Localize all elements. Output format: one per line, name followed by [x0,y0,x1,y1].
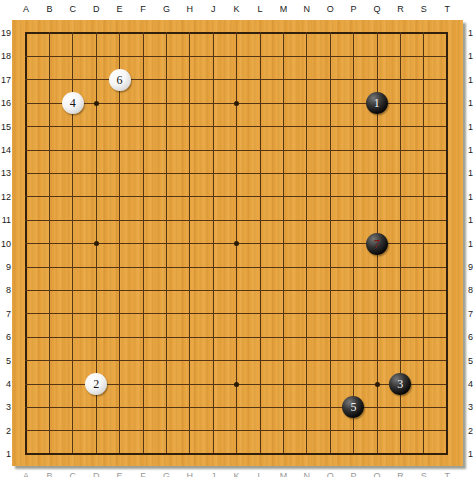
intersection-Q15[interactable] [365,115,388,138]
intersection-M19[interactable] [272,21,295,44]
intersection-R18[interactable] [389,45,412,68]
intersection-F13[interactable] [131,162,154,185]
intersection-L7[interactable] [248,302,271,325]
intersection-K19[interactable] [225,21,248,44]
intersection-N3[interactable] [295,396,318,419]
intersection-N8[interactable] [295,279,318,302]
intersection-B10[interactable] [38,232,61,255]
intersection-M13[interactable] [272,162,295,185]
intersection-C6[interactable] [61,325,84,348]
intersection-S10[interactable] [412,232,435,255]
intersection-S5[interactable] [412,349,435,372]
intersection-J12[interactable] [201,185,224,208]
intersection-H5[interactable] [178,349,201,372]
intersection-G18[interactable] [155,45,178,68]
intersection-L1[interactable] [248,442,271,465]
intersection-A12[interactable] [14,185,37,208]
intersection-H16[interactable] [178,91,201,114]
intersection-E13[interactable] [108,162,131,185]
intersection-H13[interactable] [178,162,201,185]
intersection-F15[interactable] [131,115,154,138]
intersection-R7[interactable] [389,302,412,325]
intersection-E7[interactable] [108,302,131,325]
intersection-F19[interactable] [131,21,154,44]
intersection-C2[interactable] [61,419,84,442]
intersection-T14[interactable] [435,138,458,161]
intersection-T7[interactable] [435,302,458,325]
intersection-L5[interactable] [248,349,271,372]
intersection-P19[interactable] [342,21,365,44]
intersection-G2[interactable] [155,419,178,442]
intersection-E10[interactable] [108,232,131,255]
intersection-F10[interactable] [131,232,154,255]
intersection-L4[interactable] [248,372,271,395]
intersection-Q7[interactable] [365,302,388,325]
intersection-C5[interactable] [61,349,84,372]
intersection-A9[interactable] [14,255,37,278]
intersection-G19[interactable] [155,21,178,44]
intersection-G8[interactable] [155,279,178,302]
intersection-E15[interactable] [108,115,131,138]
intersection-N18[interactable] [295,45,318,68]
intersection-A16[interactable] [14,91,37,114]
intersection-M15[interactable] [272,115,295,138]
intersection-N16[interactable] [295,91,318,114]
intersection-D19[interactable] [84,21,107,44]
intersection-K9[interactable] [225,255,248,278]
intersection-S16[interactable] [412,91,435,114]
intersection-T15[interactable] [435,115,458,138]
intersection-F17[interactable] [131,68,154,91]
intersection-C4[interactable] [61,372,84,395]
intersection-D5[interactable] [84,349,107,372]
intersection-P16[interactable] [342,91,365,114]
intersection-T8[interactable] [435,279,458,302]
intersection-D15[interactable] [84,115,107,138]
intersection-L11[interactable] [248,208,271,231]
intersection-F6[interactable] [131,325,154,348]
intersection-A8[interactable] [14,279,37,302]
intersection-P12[interactable] [342,185,365,208]
intersection-T18[interactable] [435,45,458,68]
intersection-R5[interactable] [389,349,412,372]
intersection-N9[interactable] [295,255,318,278]
intersection-H8[interactable] [178,279,201,302]
intersection-G15[interactable] [155,115,178,138]
intersection-N5[interactable] [295,349,318,372]
intersection-G11[interactable] [155,208,178,231]
intersection-P7[interactable] [342,302,365,325]
intersection-E9[interactable] [108,255,131,278]
intersection-L12[interactable] [248,185,271,208]
intersection-S14[interactable] [412,138,435,161]
intersection-R10[interactable] [389,232,412,255]
intersection-O15[interactable] [318,115,341,138]
intersection-J14[interactable] [201,138,224,161]
intersection-T12[interactable] [435,185,458,208]
intersection-C12[interactable] [61,185,84,208]
intersection-P3[interactable]: 5 [342,396,365,419]
intersection-T16[interactable] [435,91,458,114]
intersection-E11[interactable] [108,208,131,231]
intersection-N17[interactable] [295,68,318,91]
intersection-J3[interactable] [201,396,224,419]
intersection-B4[interactable] [38,372,61,395]
intersection-K8[interactable] [225,279,248,302]
intersection-P1[interactable] [342,442,365,465]
intersection-N11[interactable] [295,208,318,231]
intersection-D7[interactable] [84,302,107,325]
intersection-M17[interactable] [272,68,295,91]
intersection-J17[interactable] [201,68,224,91]
intersection-J6[interactable] [201,325,224,348]
intersection-L9[interactable] [248,255,271,278]
intersection-B5[interactable] [38,349,61,372]
intersection-D8[interactable] [84,279,107,302]
intersection-B19[interactable] [38,21,61,44]
intersection-B13[interactable] [38,162,61,185]
intersection-M14[interactable] [272,138,295,161]
intersection-O11[interactable] [318,208,341,231]
intersection-L13[interactable] [248,162,271,185]
intersection-S7[interactable] [412,302,435,325]
intersection-R4[interactable]: 3 [389,372,412,395]
intersection-Q3[interactable] [365,396,388,419]
intersection-M1[interactable] [272,442,295,465]
stone-black-Q10-last-move[interactable]: 7 [366,233,388,255]
intersection-G13[interactable] [155,162,178,185]
intersection-N4[interactable] [295,372,318,395]
intersection-Q2[interactable] [365,419,388,442]
intersection-Q13[interactable] [365,162,388,185]
intersection-J4[interactable] [201,372,224,395]
intersection-S15[interactable] [412,115,435,138]
intersection-G12[interactable] [155,185,178,208]
intersection-J18[interactable] [201,45,224,68]
intersection-N15[interactable] [295,115,318,138]
intersection-M2[interactable] [272,419,295,442]
intersection-D2[interactable] [84,419,107,442]
stone-white-D4[interactable]: 2 [85,373,107,395]
intersection-F12[interactable] [131,185,154,208]
intersection-Q18[interactable] [365,45,388,68]
intersection-G9[interactable] [155,255,178,278]
intersection-J16[interactable] [201,91,224,114]
intersection-G6[interactable] [155,325,178,348]
intersection-L14[interactable] [248,138,271,161]
intersection-N13[interactable] [295,162,318,185]
intersection-H4[interactable] [178,372,201,395]
intersection-T19[interactable] [435,21,458,44]
intersection-E17[interactable]: 6 [108,68,131,91]
intersection-Q1[interactable] [365,442,388,465]
intersection-B12[interactable] [38,185,61,208]
intersection-T3[interactable] [435,396,458,419]
intersection-J8[interactable] [201,279,224,302]
intersection-R12[interactable] [389,185,412,208]
intersection-A19[interactable] [14,21,37,44]
intersection-A10[interactable] [14,232,37,255]
intersection-H7[interactable] [178,302,201,325]
intersection-A5[interactable] [14,349,37,372]
intersection-M10[interactable] [272,232,295,255]
intersection-L3[interactable] [248,396,271,419]
intersection-C15[interactable] [61,115,84,138]
intersection-Q4[interactable] [365,372,388,395]
intersection-M7[interactable] [272,302,295,325]
intersection-L8[interactable] [248,279,271,302]
intersection-D13[interactable] [84,162,107,185]
intersection-G14[interactable] [155,138,178,161]
intersection-B7[interactable] [38,302,61,325]
intersection-R1[interactable] [389,442,412,465]
intersection-F2[interactable] [131,419,154,442]
intersection-G1[interactable] [155,442,178,465]
intersection-R13[interactable] [389,162,412,185]
intersection-E16[interactable] [108,91,131,114]
intersection-Q19[interactable] [365,21,388,44]
intersection-J7[interactable] [201,302,224,325]
intersection-B14[interactable] [38,138,61,161]
intersection-J1[interactable] [201,442,224,465]
intersection-H15[interactable] [178,115,201,138]
intersection-K17[interactable] [225,68,248,91]
intersection-R16[interactable] [389,91,412,114]
intersection-O9[interactable] [318,255,341,278]
intersection-T1[interactable] [435,442,458,465]
intersection-S18[interactable] [412,45,435,68]
intersection-F3[interactable] [131,396,154,419]
intersection-T17[interactable] [435,68,458,91]
intersection-S1[interactable] [412,442,435,465]
intersection-E6[interactable] [108,325,131,348]
intersection-P8[interactable] [342,279,365,302]
intersection-Q16[interactable]: 1 [365,91,388,114]
intersection-O12[interactable] [318,185,341,208]
intersection-L2[interactable] [248,419,271,442]
intersection-J9[interactable] [201,255,224,278]
intersection-L16[interactable] [248,91,271,114]
intersection-T13[interactable] [435,162,458,185]
intersection-D3[interactable] [84,396,107,419]
intersection-O13[interactable] [318,162,341,185]
intersection-S11[interactable] [412,208,435,231]
intersection-M8[interactable] [272,279,295,302]
intersection-Q11[interactable] [365,208,388,231]
intersection-G4[interactable] [155,372,178,395]
intersection-J5[interactable] [201,349,224,372]
intersection-H19[interactable] [178,21,201,44]
intersection-F7[interactable] [131,302,154,325]
intersection-A3[interactable] [14,396,37,419]
intersection-N6[interactable] [295,325,318,348]
intersection-M3[interactable] [272,396,295,419]
intersection-C10[interactable] [61,232,84,255]
intersection-B18[interactable] [38,45,61,68]
intersection-S9[interactable] [412,255,435,278]
intersection-A15[interactable] [14,115,37,138]
stone-black-R4[interactable]: 3 [389,373,411,395]
intersection-D10[interactable] [84,232,107,255]
intersection-S8[interactable] [412,279,435,302]
intersection-R17[interactable] [389,68,412,91]
intersection-Q12[interactable] [365,185,388,208]
stone-black-Q16[interactable]: 1 [366,92,388,114]
intersection-H17[interactable] [178,68,201,91]
intersection-S2[interactable] [412,419,435,442]
intersection-E1[interactable] [108,442,131,465]
intersection-C1[interactable] [61,442,84,465]
intersection-S12[interactable] [412,185,435,208]
intersection-J10[interactable] [201,232,224,255]
intersection-M6[interactable] [272,325,295,348]
intersection-J15[interactable] [201,115,224,138]
intersection-P15[interactable] [342,115,365,138]
intersection-P11[interactable] [342,208,365,231]
intersection-K10[interactable] [225,232,248,255]
intersection-F11[interactable] [131,208,154,231]
intersection-R9[interactable] [389,255,412,278]
intersection-Q6[interactable] [365,325,388,348]
intersection-B15[interactable] [38,115,61,138]
intersection-P4[interactable] [342,372,365,395]
intersection-O6[interactable] [318,325,341,348]
intersection-G5[interactable] [155,349,178,372]
intersection-A4[interactable] [14,372,37,395]
intersection-G7[interactable] [155,302,178,325]
intersection-A2[interactable] [14,419,37,442]
intersection-P17[interactable] [342,68,365,91]
intersection-P5[interactable] [342,349,365,372]
intersection-F9[interactable] [131,255,154,278]
intersection-M4[interactable] [272,372,295,395]
stone-black-P3[interactable]: 5 [342,396,364,418]
intersection-D6[interactable] [84,325,107,348]
intersection-M11[interactable] [272,208,295,231]
intersection-F18[interactable] [131,45,154,68]
intersection-P10[interactable] [342,232,365,255]
intersection-T11[interactable] [435,208,458,231]
intersection-N19[interactable] [295,21,318,44]
intersection-A14[interactable] [14,138,37,161]
intersection-O7[interactable] [318,302,341,325]
intersection-C13[interactable] [61,162,84,185]
intersection-K11[interactable] [225,208,248,231]
intersection-F4[interactable] [131,372,154,395]
intersection-H14[interactable] [178,138,201,161]
intersection-K12[interactable] [225,185,248,208]
intersection-D9[interactable] [84,255,107,278]
intersection-K3[interactable] [225,396,248,419]
intersection-G10[interactable] [155,232,178,255]
intersection-S3[interactable] [412,396,435,419]
intersection-K7[interactable] [225,302,248,325]
intersection-J13[interactable] [201,162,224,185]
intersection-M18[interactable] [272,45,295,68]
intersection-E3[interactable] [108,396,131,419]
intersection-C7[interactable] [61,302,84,325]
intersection-Q9[interactable] [365,255,388,278]
intersection-H6[interactable] [178,325,201,348]
intersection-G16[interactable] [155,91,178,114]
intersection-O3[interactable] [318,396,341,419]
intersection-T4[interactable] [435,372,458,395]
intersection-C16[interactable]: 4 [61,91,84,114]
intersection-N10[interactable] [295,232,318,255]
intersection-D16[interactable] [84,91,107,114]
intersection-A17[interactable] [14,68,37,91]
intersection-S6[interactable] [412,325,435,348]
intersection-J19[interactable] [201,21,224,44]
intersection-G3[interactable] [155,396,178,419]
intersection-P2[interactable] [342,419,365,442]
intersection-Q8[interactable] [365,279,388,302]
intersection-L19[interactable] [248,21,271,44]
intersection-E2[interactable] [108,419,131,442]
intersection-T5[interactable] [435,349,458,372]
intersection-D1[interactable] [84,442,107,465]
intersection-M5[interactable] [272,349,295,372]
intersection-E8[interactable] [108,279,131,302]
intersection-K1[interactable] [225,442,248,465]
intersection-K5[interactable] [225,349,248,372]
intersection-N7[interactable] [295,302,318,325]
intersection-R8[interactable] [389,279,412,302]
intersection-L15[interactable] [248,115,271,138]
intersection-S19[interactable] [412,21,435,44]
intersection-R3[interactable] [389,396,412,419]
intersection-B8[interactable] [38,279,61,302]
intersection-R14[interactable] [389,138,412,161]
intersection-L18[interactable] [248,45,271,68]
intersection-N2[interactable] [295,419,318,442]
intersection-G17[interactable] [155,68,178,91]
intersection-F16[interactable] [131,91,154,114]
intersection-B16[interactable] [38,91,61,114]
intersection-P14[interactable] [342,138,365,161]
intersection-H11[interactable] [178,208,201,231]
intersection-O10[interactable] [318,232,341,255]
intersection-N12[interactable] [295,185,318,208]
intersection-O14[interactable] [318,138,341,161]
intersection-F14[interactable] [131,138,154,161]
intersection-A7[interactable] [14,302,37,325]
intersection-F5[interactable] [131,349,154,372]
intersection-K6[interactable] [225,325,248,348]
intersection-A11[interactable] [14,208,37,231]
intersection-C8[interactable] [61,279,84,302]
intersection-L6[interactable] [248,325,271,348]
intersection-P18[interactable] [342,45,365,68]
goban[interactable]: 6417235 [12,20,463,466]
intersection-O5[interactable] [318,349,341,372]
intersection-H9[interactable] [178,255,201,278]
intersection-D12[interactable] [84,185,107,208]
intersection-M12[interactable] [272,185,295,208]
intersection-N1[interactable] [295,442,318,465]
intersection-P13[interactable] [342,162,365,185]
intersection-S13[interactable] [412,162,435,185]
intersection-K18[interactable] [225,45,248,68]
intersection-P9[interactable] [342,255,365,278]
intersection-K13[interactable] [225,162,248,185]
intersection-E12[interactable] [108,185,131,208]
intersection-T6[interactable] [435,325,458,348]
intersection-O16[interactable] [318,91,341,114]
intersection-D11[interactable] [84,208,107,231]
intersection-K2[interactable] [225,419,248,442]
intersection-O2[interactable] [318,419,341,442]
